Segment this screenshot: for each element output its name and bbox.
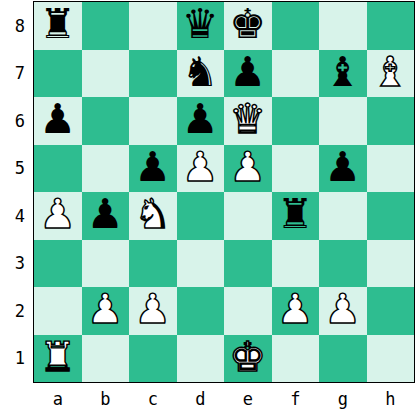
- square-c8[interactable]: [129, 2, 177, 50]
- square-a6[interactable]: ♟: [34, 97, 82, 145]
- black-king-e8[interactable]: ♚: [229, 4, 266, 45]
- square-f6[interactable]: [272, 97, 320, 145]
- square-f8[interactable]: [272, 2, 320, 50]
- file-label-g: g: [319, 384, 367, 414]
- white-knight-c4[interactable]: ♞: [134, 194, 171, 235]
- square-d5[interactable]: ♟: [177, 145, 225, 193]
- white-bishop-h7[interactable]: ♝: [372, 52, 409, 93]
- rank-label-2: 2: [0, 287, 29, 335]
- white-pawn-b2[interactable]: ♟: [87, 289, 124, 330]
- square-h8[interactable]: [367, 2, 415, 50]
- square-g3[interactable]: [319, 240, 367, 288]
- file-label-d: d: [177, 384, 225, 414]
- file-label-f: f: [272, 384, 320, 414]
- square-h6[interactable]: [367, 97, 415, 145]
- square-e2[interactable]: [224, 287, 272, 335]
- square-f5[interactable]: [272, 145, 320, 193]
- square-f1[interactable]: [272, 335, 320, 383]
- square-c3[interactable]: [129, 240, 177, 288]
- black-pawn-d6[interactable]: ♟: [182, 99, 219, 140]
- square-a5[interactable]: [34, 145, 82, 193]
- square-f4[interactable]: ♜: [272, 192, 320, 240]
- square-f7[interactable]: [272, 50, 320, 98]
- square-b7[interactable]: [82, 50, 130, 98]
- square-e3[interactable]: [224, 240, 272, 288]
- white-pawn-e5[interactable]: ♟: [229, 147, 266, 188]
- square-d6[interactable]: ♟: [177, 97, 225, 145]
- white-king-e1[interactable]: ♚: [229, 337, 266, 378]
- black-bishop-g7[interactable]: ♝: [324, 52, 361, 93]
- file-label-h: h: [367, 384, 415, 414]
- rank-label-6: 6: [0, 97, 29, 145]
- square-a7[interactable]: [34, 50, 82, 98]
- square-a8[interactable]: ♜: [34, 2, 82, 50]
- white-pawn-g2[interactable]: ♟: [324, 289, 361, 330]
- white-pawn-d5[interactable]: ♟: [182, 147, 219, 188]
- square-c1[interactable]: [129, 335, 177, 383]
- white-pawn-a4[interactable]: ♟: [39, 194, 76, 235]
- rank-label-3: 3: [0, 240, 29, 288]
- square-b1[interactable]: [82, 335, 130, 383]
- square-a1[interactable]: ♜: [34, 335, 82, 383]
- square-h2[interactable]: [367, 287, 415, 335]
- square-d3[interactable]: [177, 240, 225, 288]
- square-d4[interactable]: [177, 192, 225, 240]
- square-g8[interactable]: [319, 2, 367, 50]
- square-d8[interactable]: ♛: [177, 2, 225, 50]
- square-c6[interactable]: [129, 97, 177, 145]
- black-pawn-b4[interactable]: ♟: [87, 194, 124, 235]
- square-a3[interactable]: [34, 240, 82, 288]
- square-b5[interactable]: [82, 145, 130, 193]
- square-e7[interactable]: ♟: [224, 50, 272, 98]
- black-knight-d7[interactable]: ♞: [182, 52, 219, 93]
- rank-label-7: 7: [0, 50, 29, 98]
- square-b3[interactable]: [82, 240, 130, 288]
- square-c2[interactable]: ♟: [129, 287, 177, 335]
- black-pawn-c5[interactable]: ♟: [134, 147, 171, 188]
- square-e6[interactable]: ♛: [224, 97, 272, 145]
- square-e1[interactable]: ♚: [224, 335, 272, 383]
- white-pawn-c2[interactable]: ♟: [134, 289, 171, 330]
- file-label-e: e: [224, 384, 272, 414]
- square-b4[interactable]: ♟: [82, 192, 130, 240]
- rank-label-8: 8: [0, 2, 29, 50]
- rank-label-1: 1: [0, 335, 29, 383]
- square-f3[interactable]: [272, 240, 320, 288]
- black-rook-a8[interactable]: ♜: [39, 4, 76, 45]
- board: ♜♛♚♞♟♝♝♟♟♛♟♟♟♟♟♟♞♜♟♟♟♟♜♚: [33, 1, 415, 383]
- black-queen-d8[interactable]: ♛: [182, 4, 219, 45]
- square-g2[interactable]: ♟: [319, 287, 367, 335]
- square-g4[interactable]: [319, 192, 367, 240]
- white-rook-a1[interactable]: ♜: [39, 337, 76, 378]
- white-queen-e6[interactable]: ♛: [229, 99, 266, 140]
- square-d7[interactable]: ♞: [177, 50, 225, 98]
- file-label-c: c: [129, 384, 177, 414]
- square-b8[interactable]: [82, 2, 130, 50]
- square-d1[interactable]: [177, 335, 225, 383]
- square-c5[interactable]: ♟: [129, 145, 177, 193]
- square-a4[interactable]: ♟: [34, 192, 82, 240]
- square-h1[interactable]: [367, 335, 415, 383]
- black-rook-f4[interactable]: ♜: [277, 194, 314, 235]
- square-g7[interactable]: ♝: [319, 50, 367, 98]
- square-e8[interactable]: ♚: [224, 2, 272, 50]
- file-labels: a b c d e f g h: [34, 384, 414, 414]
- rank-label-4: 4: [0, 192, 29, 240]
- square-e5[interactable]: ♟: [224, 145, 272, 193]
- file-label-b: b: [82, 384, 130, 414]
- square-h5[interactable]: [367, 145, 415, 193]
- square-h3[interactable]: [367, 240, 415, 288]
- file-label-a: a: [34, 384, 82, 414]
- white-pawn-f2[interactable]: ♟: [277, 289, 314, 330]
- black-pawn-g5[interactable]: ♟: [324, 147, 361, 188]
- square-g1[interactable]: [319, 335, 367, 383]
- square-d2[interactable]: [177, 287, 225, 335]
- square-c4[interactable]: ♞: [129, 192, 177, 240]
- square-a2[interactable]: [34, 287, 82, 335]
- square-c7[interactable]: [129, 50, 177, 98]
- square-f2[interactable]: ♟: [272, 287, 320, 335]
- square-g6[interactable]: [319, 97, 367, 145]
- square-b6[interactable]: [82, 97, 130, 145]
- black-pawn-e7[interactable]: ♟: [229, 52, 266, 93]
- square-b2[interactable]: ♟: [82, 287, 130, 335]
- square-h7[interactable]: ♝: [367, 50, 415, 98]
- square-e4[interactable]: [224, 192, 272, 240]
- square-h4[interactable]: [367, 192, 415, 240]
- rank-labels: 8 7 6 5 4 3 2 1: [0, 2, 29, 382]
- square-g5[interactable]: ♟: [319, 145, 367, 193]
- chess-board-panel: 8 7 6 5 4 3 2 1 ♜♛♚♞♟♝♝♟♟♛♟♟♟♟♟♟♞♜♟♟♟♟♜♚…: [0, 0, 418, 418]
- black-pawn-a6[interactable]: ♟: [39, 99, 76, 140]
- rank-label-5: 5: [0, 145, 29, 193]
